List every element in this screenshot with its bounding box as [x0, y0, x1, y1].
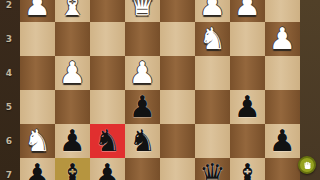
piece-white-pawn-e4[interactable]: ♟	[129, 56, 156, 90]
rank-label-7: 7	[0, 170, 18, 180]
piece-white-pawn-b2[interactable]: ♟	[234, 0, 261, 22]
square-h7[interactable]: ♟	[20, 158, 55, 180]
piece-black-bishop-g7[interactable]: ♝	[59, 158, 86, 180]
square-f7[interactable]: ♟	[90, 158, 125, 180]
square-a5[interactable]	[265, 90, 300, 124]
square-d3[interactable]	[160, 22, 195, 56]
square-a7[interactable]	[265, 158, 300, 180]
square-e2[interactable]: ♛	[125, 0, 160, 22]
square-d7[interactable]	[160, 158, 195, 180]
piece-white-knight-h6[interactable]: ♞	[24, 124, 51, 158]
square-a4[interactable]	[265, 56, 300, 90]
square-c4[interactable]	[195, 56, 230, 90]
hand-cursor-icon[interactable]	[298, 156, 316, 174]
square-b4[interactable]	[230, 56, 265, 90]
square-e4[interactable]: ♟	[125, 56, 160, 90]
square-a2[interactable]	[265, 0, 300, 22]
square-d4[interactable]	[160, 56, 195, 90]
square-g5[interactable]	[55, 90, 90, 124]
board-left-margin	[0, 0, 20, 180]
rank-label-5: 5	[0, 102, 18, 112]
rank-label-4: 4	[0, 68, 18, 78]
square-c5[interactable]	[195, 90, 230, 124]
chess-board[interactable]: ♟♝♛♟♟♞♟♟♟♟♟♞♟♞♞♟♟♝♟♛♝	[20, 0, 300, 180]
piece-black-pawn-f7[interactable]: ♟	[94, 158, 121, 180]
piece-white-pawn-c2[interactable]: ♟	[199, 0, 226, 22]
square-h5[interactable]	[20, 90, 55, 124]
square-d2[interactable]	[160, 0, 195, 22]
square-b3[interactable]	[230, 22, 265, 56]
square-e5[interactable]: ♟	[125, 90, 160, 124]
rank-label-6: 6	[0, 136, 18, 146]
rank-label-3: 3	[0, 34, 18, 44]
square-g3[interactable]	[55, 22, 90, 56]
square-g2[interactable]: ♝	[55, 0, 90, 22]
square-f5[interactable]	[90, 90, 125, 124]
square-d6[interactable]	[160, 124, 195, 158]
piece-black-pawn-a6[interactable]: ♟	[269, 124, 296, 158]
square-h4[interactable]	[20, 56, 55, 90]
piece-white-pawn-h2[interactable]: ♟	[24, 0, 51, 22]
square-e3[interactable]	[125, 22, 160, 56]
square-f2[interactable]	[90, 0, 125, 22]
square-d5[interactable]	[160, 90, 195, 124]
square-g6[interactable]: ♟	[55, 124, 90, 158]
square-b5[interactable]: ♟	[230, 90, 265, 124]
square-c3[interactable]: ♞	[195, 22, 230, 56]
open-hand-glyph	[302, 160, 313, 171]
piece-white-knight-c3[interactable]: ♞	[199, 22, 226, 56]
square-e6[interactable]: ♞	[125, 124, 160, 158]
piece-black-knight-e6[interactable]: ♞	[129, 124, 156, 158]
board-right-margin	[300, 0, 320, 180]
rank-label-2: 2	[0, 0, 18, 10]
piece-black-pawn-e5[interactable]: ♟	[129, 90, 156, 124]
square-g4[interactable]: ♟	[55, 56, 90, 90]
piece-white-queen-e2[interactable]: ♛	[129, 0, 156, 22]
piece-white-bishop-g2[interactable]: ♝	[59, 0, 86, 22]
square-f3[interactable]	[90, 22, 125, 56]
chess-board-screenshot: ♟♝♛♟♟♞♟♟♟♟♟♞♟♞♞♟♟♝♟♛♝ 234567	[0, 0, 320, 180]
square-c2[interactable]: ♟	[195, 0, 230, 22]
square-b7[interactable]: ♝	[230, 158, 265, 180]
piece-black-bishop-b7[interactable]: ♝	[234, 158, 261, 180]
square-a6[interactable]: ♟	[265, 124, 300, 158]
piece-black-pawn-g6[interactable]: ♟	[59, 124, 86, 158]
square-f4[interactable]	[90, 56, 125, 90]
square-b6[interactable]	[230, 124, 265, 158]
piece-black-queen-c7[interactable]: ♛	[199, 158, 226, 180]
square-c6[interactable]	[195, 124, 230, 158]
square-a3[interactable]: ♟	[265, 22, 300, 56]
square-c7[interactable]: ♛	[195, 158, 230, 180]
square-e7[interactable]	[125, 158, 160, 180]
piece-white-pawn-g4[interactable]: ♟	[59, 56, 86, 90]
square-h2[interactable]: ♟	[20, 0, 55, 22]
square-h3[interactable]	[20, 22, 55, 56]
piece-black-knight-f6[interactable]: ♞	[94, 124, 121, 158]
square-b2[interactable]: ♟	[230, 0, 265, 22]
piece-black-pawn-b5[interactable]: ♟	[234, 90, 261, 124]
piece-black-pawn-h7[interactable]: ♟	[24, 158, 51, 180]
piece-white-pawn-a3[interactable]: ♟	[269, 22, 296, 56]
square-h6[interactable]: ♞	[20, 124, 55, 158]
square-f6[interactable]: ♞	[90, 124, 125, 158]
square-g7[interactable]: ♝	[55, 158, 90, 180]
